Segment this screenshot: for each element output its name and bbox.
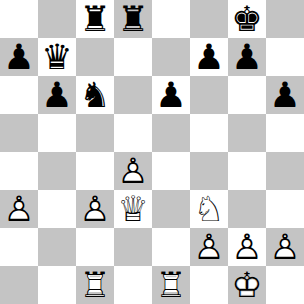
black-pawn: ♟ [266, 76, 304, 114]
white-rook-fill: ♜ [76, 266, 114, 304]
square-f1[interactable] [190, 266, 228, 304]
white-pawn-fill: ♟ [76, 190, 114, 228]
square-b5[interactable] [38, 114, 76, 152]
square-h1[interactable] [266, 266, 304, 304]
square-a8[interactable] [0, 0, 38, 38]
white-pawn-fill: ♟ [228, 228, 266, 266]
square-h6[interactable]: ♟ [266, 76, 304, 114]
square-a7[interactable]: ♟ [0, 38, 38, 76]
square-f4[interactable] [190, 152, 228, 190]
square-a4[interactable] [0, 152, 38, 190]
square-e5[interactable] [152, 114, 190, 152]
square-g8[interactable]: ♚ [228, 0, 266, 38]
white-pawn: ♙ [190, 228, 228, 266]
square-h5[interactable] [266, 114, 304, 152]
black-pawn: ♟ [228, 38, 266, 76]
square-b6[interactable]: ♟ [38, 76, 76, 114]
square-d7[interactable] [114, 38, 152, 76]
white-pawn-fill: ♟ [114, 152, 152, 190]
square-e6[interactable]: ♟ [152, 76, 190, 114]
white-pawn: ♙ [114, 152, 152, 190]
white-pawn-fill: ♟ [190, 228, 228, 266]
square-c3[interactable]: ♟♙ [76, 190, 114, 228]
square-f5[interactable] [190, 114, 228, 152]
square-b2[interactable] [38, 228, 76, 266]
square-b7[interactable]: ♛ [38, 38, 76, 76]
square-a5[interactable] [0, 114, 38, 152]
white-rook: ♖ [76, 266, 114, 304]
square-b4[interactable] [38, 152, 76, 190]
square-c1[interactable]: ♜♖ [76, 266, 114, 304]
square-a6[interactable] [0, 76, 38, 114]
square-e7[interactable] [152, 38, 190, 76]
square-g3[interactable] [228, 190, 266, 228]
square-c5[interactable] [76, 114, 114, 152]
square-e4[interactable] [152, 152, 190, 190]
white-rook-fill: ♜ [152, 266, 190, 304]
white-king-fill: ♚ [228, 266, 266, 304]
square-b8[interactable] [38, 0, 76, 38]
square-h4[interactable] [266, 152, 304, 190]
white-pawn: ♙ [266, 228, 304, 266]
square-c8[interactable]: ♜ [76, 0, 114, 38]
square-e1[interactable]: ♜♖ [152, 266, 190, 304]
square-g4[interactable] [228, 152, 266, 190]
square-g6[interactable] [228, 76, 266, 114]
square-a1[interactable] [0, 266, 38, 304]
square-h8[interactable] [266, 0, 304, 38]
square-h2[interactable]: ♟♙ [266, 228, 304, 266]
white-queen-fill: ♛ [114, 190, 152, 228]
square-c2[interactable] [76, 228, 114, 266]
square-f6[interactable] [190, 76, 228, 114]
white-knight-fill: ♞ [190, 190, 228, 228]
square-d4[interactable]: ♟♙ [114, 152, 152, 190]
black-king: ♚ [228, 0, 266, 38]
black-rook: ♜ [76, 0, 114, 38]
square-h3[interactable] [266, 190, 304, 228]
square-g1[interactable]: ♚♔ [228, 266, 266, 304]
white-pawn: ♙ [0, 190, 38, 228]
white-queen: ♕ [114, 190, 152, 228]
square-f3[interactable]: ♞♘ [190, 190, 228, 228]
chess-board: ♜♜♚♟♛♟♟♟♞♟♟♟♙♟♙♟♙♛♕♞♘♟♙♟♙♟♙♜♖♜♖♚♔ [0, 0, 304, 304]
white-king: ♔ [228, 266, 266, 304]
white-pawn: ♙ [228, 228, 266, 266]
square-d3[interactable]: ♛♕ [114, 190, 152, 228]
square-h7[interactable] [266, 38, 304, 76]
black-rook: ♜ [114, 0, 152, 38]
square-b3[interactable] [38, 190, 76, 228]
black-pawn: ♟ [190, 38, 228, 76]
square-d8[interactable]: ♜ [114, 0, 152, 38]
white-pawn: ♙ [76, 190, 114, 228]
square-c6[interactable]: ♞ [76, 76, 114, 114]
square-b1[interactable] [38, 266, 76, 304]
square-c4[interactable] [76, 152, 114, 190]
white-pawn-fill: ♟ [266, 228, 304, 266]
square-g7[interactable]: ♟ [228, 38, 266, 76]
square-f2[interactable]: ♟♙ [190, 228, 228, 266]
square-g2[interactable]: ♟♙ [228, 228, 266, 266]
square-f7[interactable]: ♟ [190, 38, 228, 76]
square-c7[interactable] [76, 38, 114, 76]
square-d5[interactable] [114, 114, 152, 152]
square-d6[interactable] [114, 76, 152, 114]
white-pawn-fill: ♟ [0, 190, 38, 228]
black-knight: ♞ [76, 76, 114, 114]
square-e2[interactable] [152, 228, 190, 266]
black-pawn: ♟ [152, 76, 190, 114]
square-g5[interactable] [228, 114, 266, 152]
square-f8[interactable] [190, 0, 228, 38]
black-queen: ♛ [38, 38, 76, 76]
square-e3[interactable] [152, 190, 190, 228]
square-a3[interactable]: ♟♙ [0, 190, 38, 228]
black-pawn: ♟ [0, 38, 38, 76]
white-rook: ♖ [152, 266, 190, 304]
square-e8[interactable] [152, 0, 190, 38]
black-pawn: ♟ [38, 76, 76, 114]
white-knight: ♘ [190, 190, 228, 228]
square-a2[interactable] [0, 228, 38, 266]
square-d2[interactable] [114, 228, 152, 266]
square-d1[interactable] [114, 266, 152, 304]
